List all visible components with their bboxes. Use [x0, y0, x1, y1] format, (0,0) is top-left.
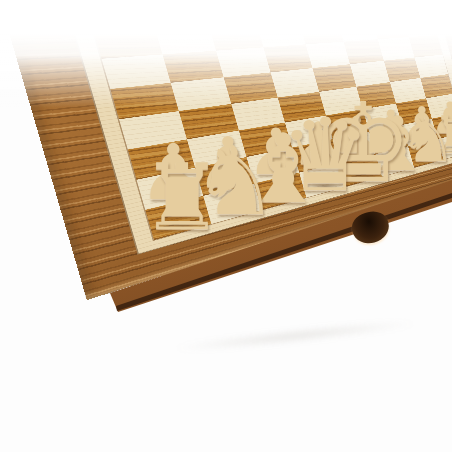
- chess-box-product-photo: ♜♞♝♛♚♝♞♜♟♟♟♟♟♟♟♟: [0, 0, 452, 452]
- piece-layer: ♜♞♝♛♚♝♞♜♟♟♟♟♟♟♟♟: [0, 0, 452, 452]
- piece-a1-white-R: ♜: [136, 152, 228, 244]
